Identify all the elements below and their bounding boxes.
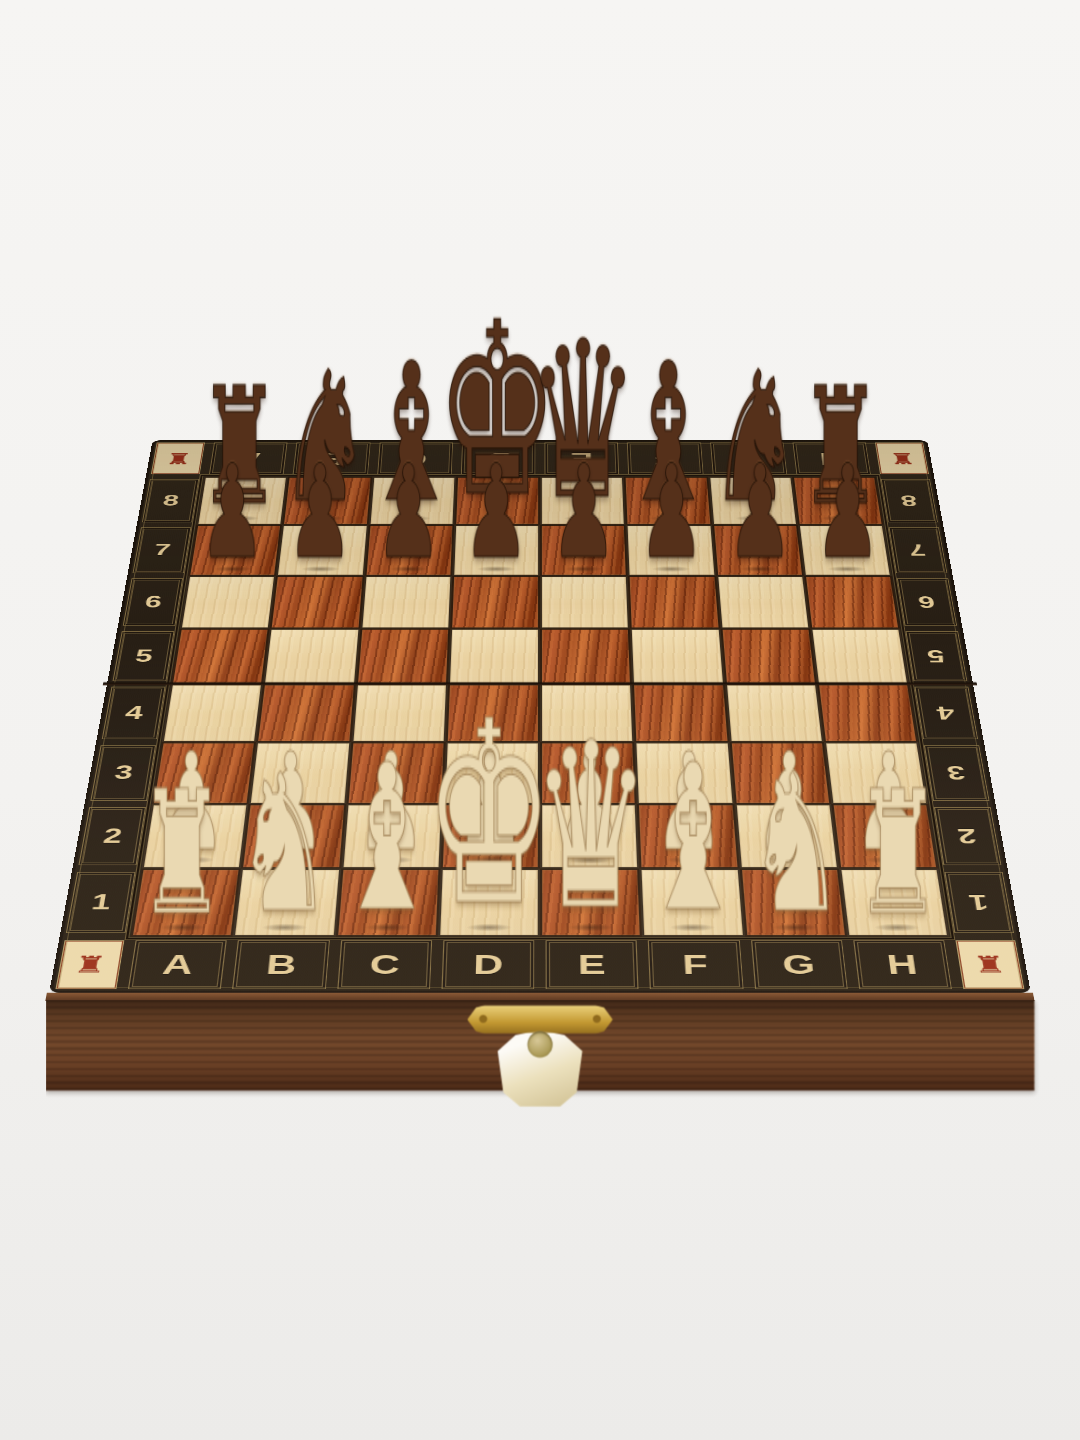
- rank-label: 3: [113, 763, 134, 782]
- rook-icon: ♜: [972, 953, 1008, 976]
- square-e1: ♛: [540, 868, 642, 936]
- file-label: E: [578, 951, 606, 978]
- file-label-tile: E: [540, 937, 645, 993]
- rank-label-tile: 5: [107, 628, 180, 684]
- black-pawn: ♟: [463, 452, 529, 575]
- file-label: A: [235, 450, 262, 467]
- square-b1: ♞: [233, 868, 341, 936]
- rank-label-tile: 6: [117, 575, 188, 628]
- square-b6: [270, 575, 364, 628]
- file-label-tile: D: [435, 937, 540, 993]
- white-knight: ♞: [747, 755, 844, 936]
- rank-label-tile: 8: [137, 477, 204, 525]
- rank-label: 8: [162, 493, 180, 508]
- rank-label: 8: [900, 493, 918, 508]
- file-label: B: [265, 951, 298, 978]
- square-h7: ♟: [798, 525, 892, 576]
- black-pawn: ♟: [287, 452, 353, 575]
- white-bishop: ♝: [642, 744, 745, 936]
- black-pawn: ♟: [375, 452, 441, 575]
- file-label: H: [885, 951, 919, 978]
- square-d1: ♚: [438, 868, 540, 936]
- file-label: F: [654, 450, 675, 467]
- rank-label-tile: 8: [876, 477, 943, 525]
- rook-icon: ♜: [888, 451, 916, 466]
- latch-plate: [467, 1005, 612, 1033]
- rank-label-tile: 7: [884, 525, 953, 576]
- rank-label-tile: 6: [892, 575, 963, 628]
- rank-label: 6: [917, 593, 937, 610]
- rank-label: 4: [124, 704, 145, 722]
- black-pawn: ♟: [551, 452, 617, 575]
- square-g5: [720, 628, 817, 684]
- black-pawn: ♟: [814, 452, 880, 575]
- square-g1: ♞: [739, 868, 847, 936]
- file-label: H: [818, 450, 845, 467]
- corner-emblem-tile: ♜: [949, 937, 1031, 993]
- square-f7: ♟: [626, 525, 716, 576]
- square-h1: ♜: [839, 868, 950, 936]
- square-e5: [540, 628, 632, 684]
- black-pawn: ♟: [639, 452, 705, 575]
- rank-label: 7: [908, 542, 927, 558]
- rank-label-tile: 1: [938, 868, 1020, 936]
- square-h5: [810, 628, 909, 684]
- file-label: G: [781, 951, 816, 978]
- rank-label: 2: [102, 826, 124, 846]
- white-rook: ♜: [138, 773, 225, 935]
- square-a6: [180, 575, 276, 628]
- file-label-tile: B: [226, 937, 335, 993]
- chess-board: ♜ABCDEFGH♜8♜♞♝♚♛♝♞♜87♟♟♟♟♟♟♟♟7665544332♟…: [49, 440, 1031, 993]
- rook-icon: ♜: [72, 953, 108, 976]
- box-front-edge: [46, 1000, 1035, 1091]
- square-c6: [360, 575, 452, 628]
- rank-label-tile: 1: [60, 868, 142, 936]
- square-g7: ♟: [712, 525, 804, 576]
- latch-clasp-hole: [527, 1031, 552, 1057]
- square-c7: ♟: [364, 525, 454, 576]
- file-label-tile: G: [745, 937, 854, 993]
- file-label: C: [369, 951, 401, 978]
- file-label: A: [161, 951, 195, 978]
- rank-label: 1: [90, 891, 113, 912]
- white-rook: ♜: [854, 773, 941, 935]
- square-h6: [804, 575, 900, 628]
- rank-label: 1: [968, 891, 991, 912]
- square-b7: ♟: [276, 525, 368, 576]
- photo-backdrop: ♜ABCDEFGH♜8♜♞♝♚♛♝♞♜87♟♟♟♟♟♟♟♟7665544332♟…: [0, 0, 1080, 1440]
- file-label: F: [682, 951, 709, 978]
- square-g6: [716, 575, 810, 628]
- scene: ♜ABCDEFGH♜8♜♞♝♚♛♝♞♜87♟♟♟♟♟♟♟♟7665544332♟…: [107, 209, 973, 1159]
- file-label: E: [570, 450, 593, 467]
- file-label: B: [319, 450, 345, 467]
- rank-label: 5: [926, 647, 946, 664]
- rook-icon: ♜: [164, 451, 192, 466]
- file-label-tile: H: [847, 937, 958, 993]
- file-label: G: [734, 450, 762, 467]
- white-king: ♚: [424, 696, 553, 936]
- rank-label: 2: [956, 826, 978, 846]
- file-label-tile: F: [642, 937, 749, 993]
- square-f1: ♝: [640, 868, 745, 936]
- rank-label: 6: [144, 593, 164, 610]
- black-pawn: ♟: [199, 452, 265, 575]
- square-a5: [171, 628, 270, 684]
- white-bishop: ♝: [335, 744, 438, 936]
- file-label: D: [473, 951, 504, 978]
- white-knight: ♞: [236, 755, 333, 936]
- file-label-tile: A: [122, 937, 233, 993]
- square-e7: ♟: [540, 525, 628, 576]
- rank-label: 7: [153, 542, 172, 558]
- square-d7: ♟: [452, 525, 540, 576]
- black-pawn: ♟: [727, 452, 793, 575]
- rank-label-tile: 7: [127, 525, 196, 576]
- rank-label: 4: [936, 704, 957, 722]
- square-b5: [263, 628, 360, 684]
- lid-edge: [45, 993, 1034, 1001]
- corner-emblem-tile: ♜: [49, 937, 131, 993]
- file-label-tile: C: [331, 937, 438, 993]
- file-label: C: [402, 450, 427, 467]
- square-f5: [630, 628, 724, 684]
- square-e6: [540, 575, 630, 628]
- file-label: D: [486, 450, 510, 467]
- square-f6: [628, 575, 720, 628]
- rank-label: 5: [134, 647, 154, 664]
- square-a7: ♟: [188, 525, 282, 576]
- square-a1: ♜: [131, 868, 242, 936]
- square-d6: [450, 575, 540, 628]
- rank-label-tile: 5: [900, 628, 973, 684]
- board-grid: ♜ABCDEFGH♜8♜♞♝♚♛♝♞♜87♟♟♟♟♟♟♟♟7665544332♟…: [49, 440, 1031, 993]
- rank-label: 3: [946, 763, 967, 782]
